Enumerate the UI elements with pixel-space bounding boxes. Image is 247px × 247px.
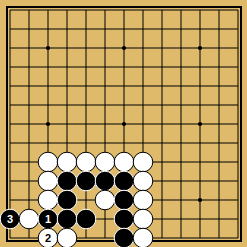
white-stone (57, 152, 77, 172)
white-stone (114, 152, 134, 172)
star-point (198, 122, 202, 126)
star-point (198, 198, 202, 202)
black-stone (57, 171, 77, 191)
black-stone (114, 190, 134, 210)
black-stone (76, 171, 96, 191)
white-stone (38, 152, 58, 172)
white-stone (76, 152, 96, 172)
white-stone (38, 171, 58, 191)
black-stone (95, 171, 115, 191)
white-stone (133, 152, 153, 172)
go-problem-diagram: 123 (0, 0, 247, 247)
star-point (198, 46, 202, 50)
black-stone (76, 209, 96, 229)
star-point (46, 122, 50, 126)
move-number-label: 2 (45, 232, 51, 244)
white-stone (19, 209, 39, 229)
star-point (122, 46, 126, 50)
white-stone (133, 228, 153, 247)
white-stone (57, 228, 77, 247)
star-point (122, 122, 126, 126)
white-stone (95, 190, 115, 210)
black-stone (57, 190, 77, 210)
white-stone (38, 190, 58, 210)
black-stone (114, 228, 134, 247)
white-stone (133, 190, 153, 210)
black-stone (114, 209, 134, 229)
star-point (46, 46, 50, 50)
white-stone (133, 171, 153, 191)
white-stone (95, 152, 115, 172)
black-stone (114, 171, 134, 191)
move-number-label: 1 (45, 213, 51, 225)
white-stone (133, 209, 153, 229)
move-number-label: 3 (7, 213, 13, 225)
black-stone (57, 209, 77, 229)
go-board: 123 (0, 0, 247, 247)
